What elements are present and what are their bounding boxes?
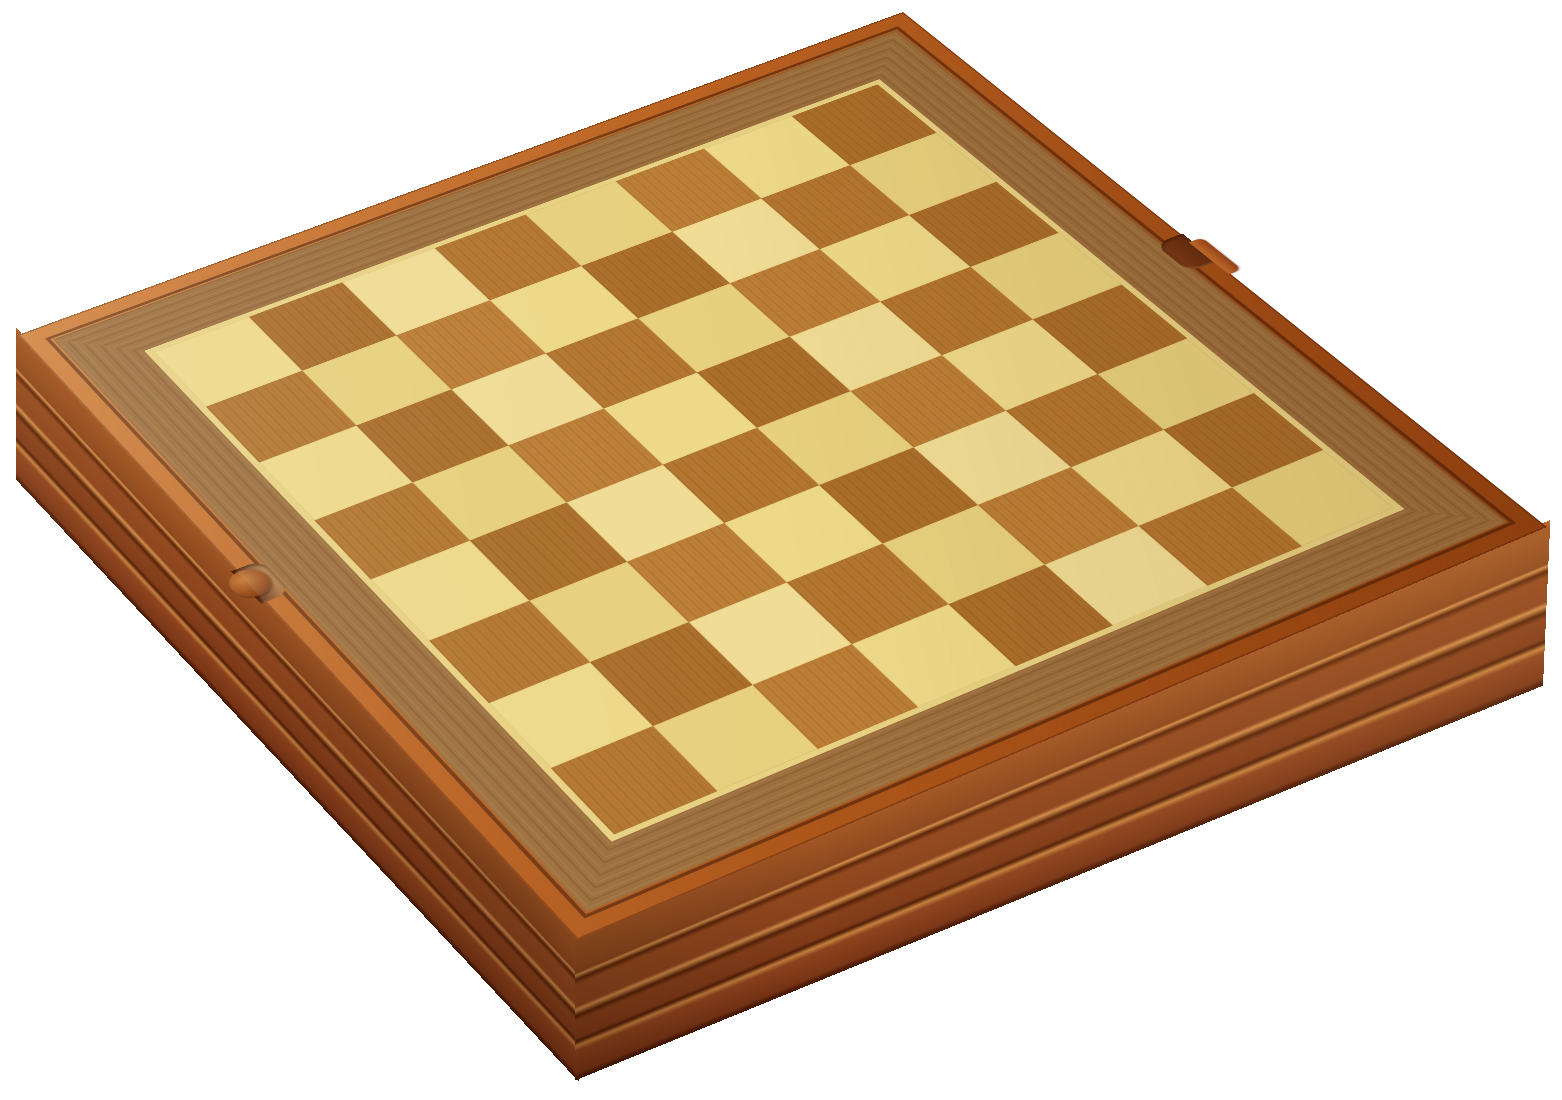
product-photo — [0, 0, 1562, 1100]
box-lid-top — [18, 12, 1547, 940]
